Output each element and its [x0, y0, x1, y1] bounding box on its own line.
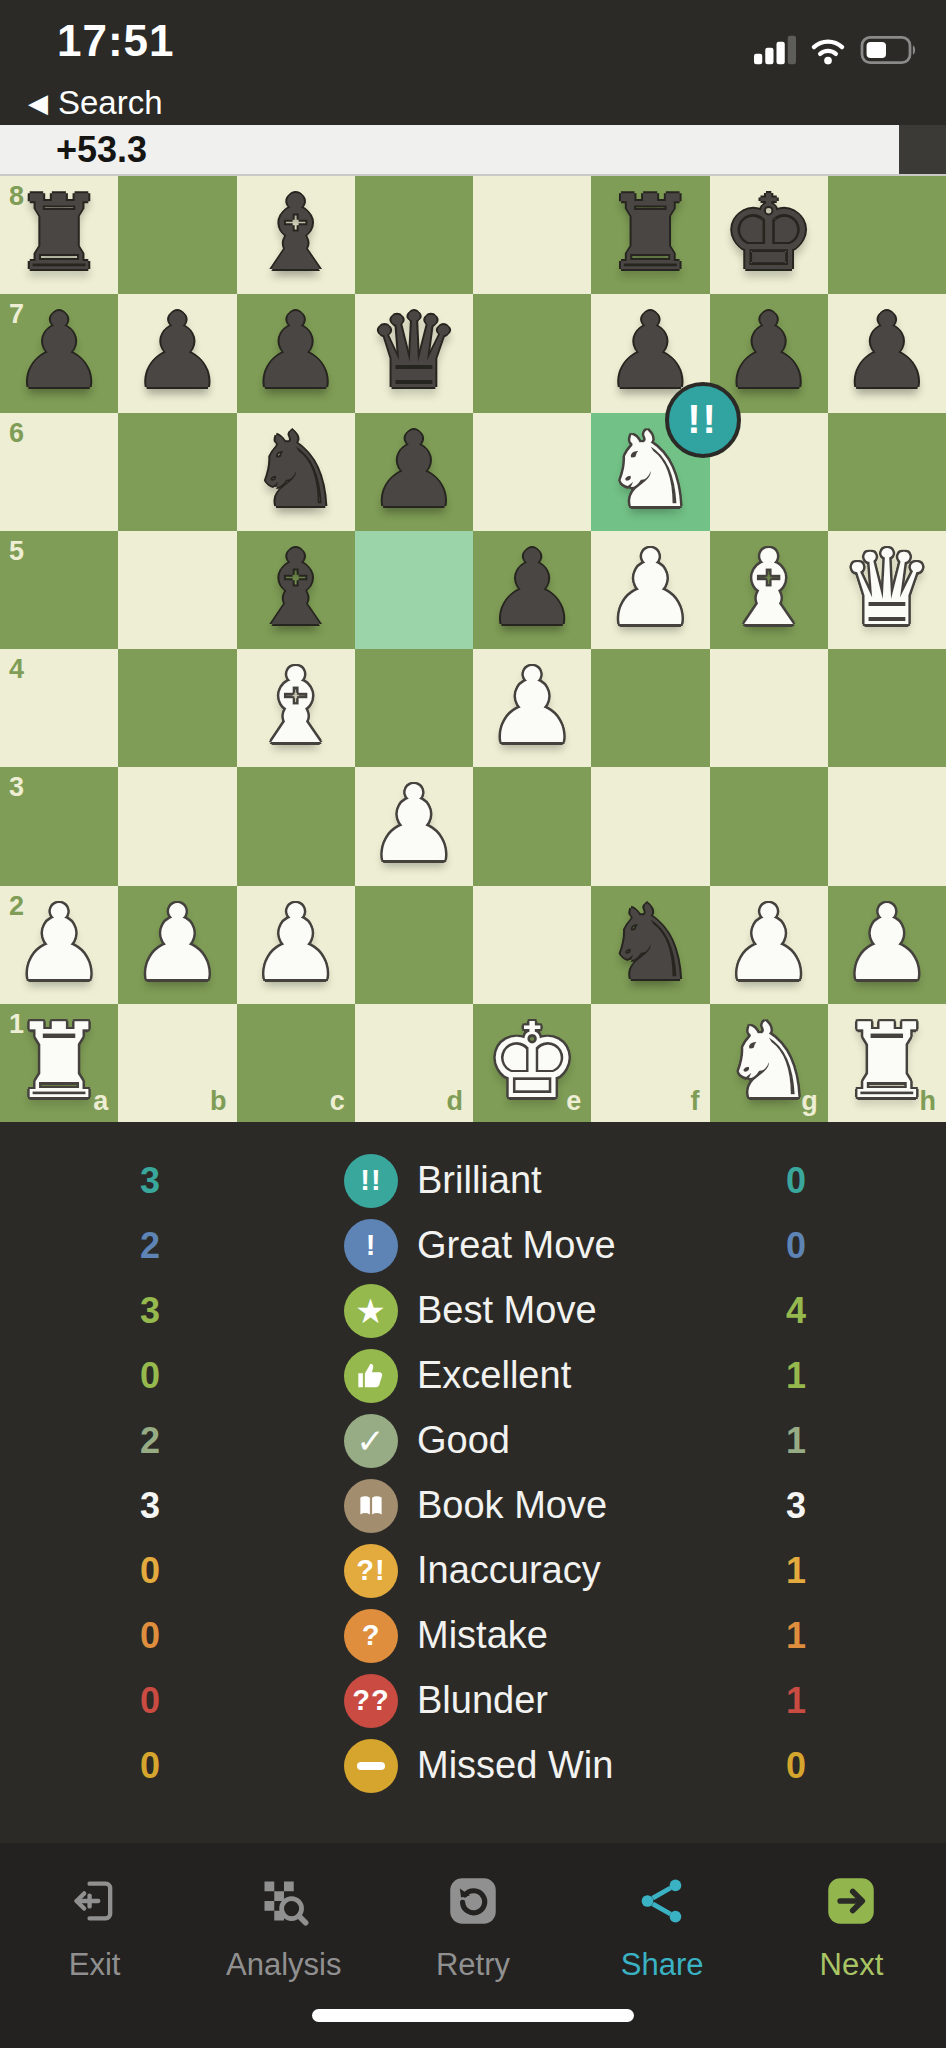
- stat-row-inaccuracy: 0?!Inaccuracy1: [0, 1538, 946, 1603]
- piece-white-rook: ♜: [840, 1009, 933, 1113]
- piece-black-knight: ♞: [249, 418, 342, 522]
- square-h3[interactable]: [828, 767, 946, 885]
- rank-label-6: 6: [9, 420, 24, 447]
- square-g8[interactable]: ♚: [710, 176, 828, 294]
- piece-black-rook: ♜: [604, 181, 697, 285]
- square-c1[interactable]: c: [237, 1004, 355, 1122]
- square-b1[interactable]: b: [118, 1004, 236, 1122]
- piece-white-pawn: ♟: [13, 891, 106, 995]
- square-a3[interactable]: 3: [0, 767, 118, 885]
- white-player-count: 2: [0, 1420, 300, 1462]
- file-label-f: f: [691, 1088, 700, 1115]
- toolbar-label: Analysis: [226, 1947, 341, 1983]
- evaluation-bar: +53.3: [0, 125, 946, 176]
- stat-label: Good: [417, 1419, 510, 1462]
- square-f1[interactable]: f: [591, 1004, 709, 1122]
- square-e7[interactable]: [473, 294, 591, 412]
- square-a2[interactable]: 2♟: [0, 886, 118, 1004]
- stat-label: Missed Win: [417, 1744, 613, 1787]
- square-d6[interactable]: ♟: [355, 413, 473, 531]
- white-player-count: 3: [0, 1160, 300, 1202]
- stat-label: Brilliant: [417, 1159, 542, 1202]
- square-b4[interactable]: [118, 649, 236, 767]
- back-to-search-button[interactable]: ◀ Search: [28, 84, 163, 122]
- piece-white-pawn: ♟: [604, 536, 697, 640]
- square-a6[interactable]: 6: [0, 413, 118, 531]
- back-label: Search: [58, 84, 163, 122]
- rank-label-5: 5: [9, 538, 24, 565]
- piece-white-rook: ♜: [13, 1009, 106, 1113]
- piece-black-queen: ♛: [367, 299, 460, 403]
- white-player-count: 0: [0, 1615, 300, 1657]
- piece-black-pawn: ♟: [486, 536, 579, 640]
- square-d1[interactable]: d: [355, 1004, 473, 1122]
- square-c7[interactable]: ♟: [237, 294, 355, 412]
- stat-row-book-move: 3Book Move3: [0, 1473, 946, 1538]
- stat-row-mistake: 0?Mistake1: [0, 1603, 946, 1668]
- piece-white-pawn: ♟: [131, 891, 224, 995]
- black-player-count: 0: [646, 1745, 946, 1787]
- square-e5[interactable]: ♟: [473, 531, 591, 649]
- square-d8[interactable]: [355, 176, 473, 294]
- piece-white-pawn: ♟: [367, 772, 460, 876]
- square-a7[interactable]: 7♟: [0, 294, 118, 412]
- square-e8[interactable]: [473, 176, 591, 294]
- move-stats-panel: 3!!Brilliant02!Great Move03★Best Move40E…: [0, 1122, 946, 1843]
- stat-row-excellent: 0Excellent1: [0, 1343, 946, 1408]
- piece-black-pawn: ♟: [13, 299, 106, 403]
- square-h6[interactable]: [828, 413, 946, 531]
- great-move-icon: !: [344, 1219, 398, 1273]
- square-b3[interactable]: [118, 767, 236, 885]
- stat-label: Excellent: [417, 1354, 571, 1397]
- square-c2[interactable]: ♟: [237, 886, 355, 1004]
- next-button[interactable]: Next: [757, 1843, 946, 2048]
- square-b5[interactable]: [118, 531, 236, 649]
- square-b6[interactable]: [118, 413, 236, 531]
- file-label-d: d: [447, 1088, 464, 1115]
- square-c5[interactable]: ♝: [237, 531, 355, 649]
- square-c6[interactable]: ♞: [237, 413, 355, 531]
- square-f4[interactable]: [591, 649, 709, 767]
- piece-black-rook: ♜: [13, 181, 106, 285]
- square-h8[interactable]: [828, 176, 946, 294]
- missed-win-icon: [344, 1739, 398, 1793]
- piece-white-knight: ♞: [722, 1009, 815, 1113]
- stat-row-blunder: 0??Blunder1: [0, 1668, 946, 1733]
- square-c4[interactable]: ♝: [237, 649, 355, 767]
- square-f3[interactable]: [591, 767, 709, 885]
- exit-button[interactable]: Exit: [0, 1843, 189, 2048]
- rank-label-4: 4: [9, 656, 24, 683]
- toolbar-label: Retry: [436, 1947, 510, 1983]
- white-player-count: 0: [0, 1550, 300, 1592]
- piece-white-pawn: ♟: [249, 891, 342, 995]
- piece-white-queen: ♛: [840, 536, 933, 640]
- stat-label: Inaccuracy: [417, 1549, 601, 1592]
- square-g1[interactable]: g♞: [710, 1004, 828, 1122]
- toolbar-label: Share: [621, 1947, 704, 1983]
- square-h7[interactable]: ♟: [828, 294, 946, 412]
- square-e4[interactable]: ♟: [473, 649, 591, 767]
- file-label-c: c: [330, 1088, 345, 1115]
- next-icon: [825, 1869, 877, 1933]
- square-a1[interactable]: 1a♜: [0, 1004, 118, 1122]
- square-b2[interactable]: ♟: [118, 886, 236, 1004]
- white-player-count: 3: [0, 1485, 300, 1527]
- piece-black-bishop: ♝: [249, 181, 342, 285]
- mistake-icon: ?: [344, 1609, 398, 1663]
- square-a8[interactable]: 8♜: [0, 176, 118, 294]
- black-player-count: 1: [646, 1615, 946, 1657]
- share-icon: [636, 1869, 688, 1933]
- square-h5[interactable]: ♛: [828, 531, 946, 649]
- stat-row-missed-win: 0Missed Win0: [0, 1733, 946, 1798]
- piece-black-pawn: ♟: [722, 299, 815, 403]
- book-move-icon: [344, 1479, 398, 1533]
- piece-black-pawn: ♟: [249, 299, 342, 403]
- battery-icon: [860, 34, 920, 70]
- square-f8[interactable]: ♜: [591, 176, 709, 294]
- piece-black-knight: ♞: [604, 891, 697, 995]
- stat-label: Great Move: [417, 1224, 616, 1267]
- piece-white-bishop: ♝: [722, 536, 815, 640]
- black-player-count: 0: [646, 1225, 946, 1267]
- piece-white-bishop: ♝: [249, 654, 342, 758]
- square-g4[interactable]: [710, 649, 828, 767]
- clock: 17:51: [57, 16, 175, 66]
- square-c8[interactable]: ♝: [237, 176, 355, 294]
- piece-black-pawn: ♟: [367, 418, 460, 522]
- stat-row-good: 2✓Good1: [0, 1408, 946, 1473]
- square-h2[interactable]: ♟: [828, 886, 946, 1004]
- white-player-count: 0: [0, 1745, 300, 1787]
- white-player-count: 0: [0, 1680, 300, 1722]
- cellular-signal-icon: [754, 34, 796, 70]
- piece-white-king: ♚: [486, 1009, 579, 1113]
- black-player-count: 1: [646, 1550, 946, 1592]
- chess-board: 8♜♝♜♚7♟♟♟♛♟♟♟6♞♟♞5♝♟♟♝♛4♝♟3♟2♟♟♟♞♟♟1a♜bc…: [0, 176, 946, 1122]
- piece-white-pawn: ♟: [486, 654, 579, 758]
- square-h4[interactable]: [828, 649, 946, 767]
- square-g3[interactable]: [710, 767, 828, 885]
- square-e6[interactable]: [473, 413, 591, 531]
- black-player-count: 4: [646, 1290, 946, 1332]
- square-h1[interactable]: h♜: [828, 1004, 946, 1122]
- back-chevron-icon: ◀: [28, 90, 48, 116]
- evaluation-score: +53.3: [0, 129, 147, 171]
- evaluation-white-portion: +53.3: [0, 125, 899, 174]
- piece-black-pawn: ♟: [840, 299, 933, 403]
- square-d5[interactable]: [355, 531, 473, 649]
- home-indicator[interactable]: [312, 2009, 634, 2022]
- rank-label-3: 3: [9, 774, 24, 801]
- status-bar: 17:51 ◀ Search: [0, 0, 946, 125]
- square-d2[interactable]: [355, 886, 473, 1004]
- good-icon: ✓: [344, 1414, 398, 1468]
- brilliant-move-badge: !!: [665, 382, 741, 458]
- inaccuracy-icon: ?!: [344, 1544, 398, 1598]
- square-b8[interactable]: [118, 176, 236, 294]
- exit-icon: [69, 1869, 121, 1933]
- best-move-icon: ★: [344, 1284, 398, 1338]
- app-screen: 17:51 ◀ Search: [0, 0, 946, 2048]
- white-player-count: 3: [0, 1290, 300, 1332]
- piece-white-pawn: ♟: [722, 891, 815, 995]
- stat-label: Blunder: [417, 1679, 548, 1722]
- white-player-count: 0: [0, 1355, 300, 1397]
- square-f5[interactable]: ♟: [591, 531, 709, 649]
- piece-black-king: ♚: [722, 181, 815, 285]
- square-c3[interactable]: [237, 767, 355, 885]
- square-g5[interactable]: ♝: [710, 531, 828, 649]
- square-e1[interactable]: e♚: [473, 1004, 591, 1122]
- black-player-count: 0: [646, 1160, 946, 1202]
- square-a5[interactable]: 5: [0, 531, 118, 649]
- piece-white-pawn: ♟: [840, 891, 933, 995]
- stat-row-brilliant: 3!!Brilliant0: [0, 1148, 946, 1213]
- retry-icon: [447, 1869, 499, 1933]
- file-label-b: b: [210, 1088, 227, 1115]
- square-f2[interactable]: ♞: [591, 886, 709, 1004]
- black-player-count: 1: [646, 1680, 946, 1722]
- black-player-count: 1: [646, 1355, 946, 1397]
- wifi-icon: [808, 34, 848, 70]
- black-player-count: 3: [646, 1485, 946, 1527]
- brilliant-icon: !!: [344, 1154, 398, 1208]
- square-d3[interactable]: ♟: [355, 767, 473, 885]
- stat-label: Best Move: [417, 1289, 597, 1332]
- square-a4[interactable]: 4: [0, 649, 118, 767]
- square-e2[interactable]: [473, 886, 591, 1004]
- analysis-icon: [258, 1869, 310, 1933]
- square-g2[interactable]: ♟: [710, 886, 828, 1004]
- stat-label: Mistake: [417, 1614, 548, 1657]
- piece-black-bishop: ♝: [249, 536, 342, 640]
- black-player-count: 1: [646, 1420, 946, 1462]
- stat-label: Book Move: [417, 1484, 607, 1527]
- blunder-icon: ??: [344, 1674, 398, 1728]
- toolbar-label: Next: [820, 1947, 884, 1983]
- stat-row-best-move: 3★Best Move4: [0, 1278, 946, 1343]
- excellent-icon: [344, 1349, 398, 1403]
- piece-black-pawn: ♟: [131, 299, 224, 403]
- stat-row-great-move: 2!Great Move0: [0, 1213, 946, 1278]
- square-d4[interactable]: [355, 649, 473, 767]
- square-b7[interactable]: ♟: [118, 294, 236, 412]
- toolbar-label: Exit: [69, 1947, 121, 1983]
- square-d7[interactable]: ♛: [355, 294, 473, 412]
- square-e3[interactable]: [473, 767, 591, 885]
- white-player-count: 2: [0, 1225, 300, 1267]
